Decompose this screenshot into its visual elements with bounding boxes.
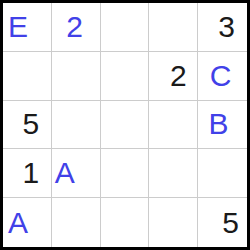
cell-r0c1[interactable]: 2 [52,3,101,52]
cell-value: 3 [218,12,235,42]
cell-value: B [209,109,229,139]
cell-r0c0[interactable]: E [3,3,52,52]
cell-r3c4[interactable] [198,149,247,198]
cell-value: 5 [222,208,239,238]
cell-value: A [8,208,28,238]
cell-r4c0[interactable]: A [3,198,52,247]
cell-r0c4[interactable]: 3 [198,3,247,52]
cell-r3c3[interactable] [149,149,198,198]
cell-r2c0[interactable]: 5 [3,101,52,150]
cell-r1c3[interactable]: 2 [149,52,198,101]
cell-value: 2 [66,12,83,42]
cell-r2c2[interactable] [101,101,150,150]
cell-r4c4[interactable]: 5 [198,198,247,247]
cell-r1c4[interactable]: C [198,52,247,101]
cell-value: E [8,12,28,42]
cell-r3c1[interactable]: A [52,149,101,198]
cell-r1c1[interactable] [52,52,101,101]
cell-r2c1[interactable] [52,101,101,150]
cell-r3c0[interactable]: 1 [3,149,52,198]
cell-value: C [210,61,232,91]
cell-value: 2 [170,61,187,91]
cell-r1c2[interactable] [101,52,150,101]
cell-r1c0[interactable] [3,52,52,101]
cell-r0c2[interactable] [101,3,150,52]
cell-r2c4[interactable]: B [198,101,247,150]
cell-r0c3[interactable] [149,3,198,52]
cell-r3c2[interactable] [101,149,150,198]
cell-value: A [55,158,75,188]
cell-r4c1[interactable] [52,198,101,247]
cell-r4c2[interactable] [101,198,150,247]
puzzle-board: E232C5B1AA5 [0,0,250,250]
cell-r2c3[interactable] [149,101,198,150]
cell-r4c3[interactable] [149,198,198,247]
cell-value: 5 [23,109,40,139]
cell-value: 1 [23,158,40,188]
